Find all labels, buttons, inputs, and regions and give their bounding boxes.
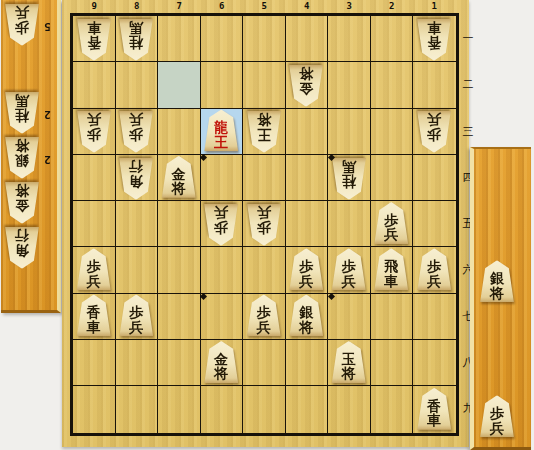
square-34[interactable]: 桂馬 bbox=[328, 155, 371, 201]
square-87[interactable]: 歩兵 bbox=[116, 294, 159, 340]
piece-kanji: 金将 bbox=[161, 156, 197, 198]
square-76[interactable] bbox=[158, 247, 201, 293]
square-97[interactable]: 香車 bbox=[73, 294, 116, 340]
square-31[interactable] bbox=[328, 16, 371, 62]
piece-pawn-gote-93[interactable]: 歩兵 bbox=[76, 111, 112, 153]
square-33[interactable] bbox=[328, 109, 371, 155]
piece-kanji: 香車 bbox=[76, 295, 112, 337]
square-12[interactable] bbox=[413, 62, 456, 108]
square-35[interactable] bbox=[328, 201, 371, 247]
square-83[interactable]: 歩兵 bbox=[116, 109, 159, 155]
square-44[interactable] bbox=[286, 155, 329, 201]
square-26[interactable]: 飛車 bbox=[371, 247, 414, 293]
square-79[interactable] bbox=[158, 386, 201, 432]
square-74[interactable]: 金将 bbox=[158, 155, 201, 201]
square-38[interactable]: 玉将 bbox=[328, 340, 371, 386]
sente-captured-stand: 銀将歩兵 bbox=[470, 147, 531, 450]
square-22[interactable] bbox=[371, 62, 414, 108]
square-92[interactable] bbox=[73, 62, 116, 108]
piece-kanji: 歩兵 bbox=[246, 204, 282, 246]
piece-lance-gote-91[interactable]: 香車 bbox=[76, 18, 112, 60]
square-36[interactable]: 歩兵 bbox=[328, 247, 371, 293]
square-89[interactable] bbox=[116, 386, 159, 432]
file-labels: 987654321 bbox=[73, 0, 456, 13]
piece-kanji: 香車 bbox=[416, 18, 452, 60]
square-53[interactable]: 王将 bbox=[243, 109, 286, 155]
piece-dragon-sente-63[interactable]: 龍王 bbox=[203, 109, 239, 151]
square-73[interactable] bbox=[158, 109, 201, 155]
piece-kanji: 歩兵 bbox=[288, 248, 324, 290]
square-29[interactable] bbox=[371, 386, 414, 432]
square-99[interactable] bbox=[73, 386, 116, 432]
piece-kanji: 香車 bbox=[76, 18, 112, 60]
square-75[interactable] bbox=[158, 201, 201, 247]
square-85[interactable] bbox=[116, 201, 159, 247]
piece-kanji: 香車 bbox=[416, 388, 452, 430]
piece-kanji: 歩兵 bbox=[203, 204, 239, 246]
square-95[interactable] bbox=[73, 201, 116, 247]
piece-king-gote-53[interactable]: 王将 bbox=[246, 111, 282, 153]
file-label-2: 2 bbox=[371, 0, 414, 13]
square-19[interactable]: 香車 bbox=[413, 386, 456, 432]
file-label-8: 8 bbox=[116, 0, 159, 13]
piece-silver-sente-47[interactable]: 銀将 bbox=[288, 295, 324, 337]
square-49[interactable] bbox=[286, 386, 329, 432]
square-32[interactable] bbox=[328, 62, 371, 108]
square-68[interactable]: 金将 bbox=[201, 340, 244, 386]
piece-silver-sente-inhand[interactable]: 銀将 bbox=[479, 260, 515, 302]
square-45[interactable] bbox=[286, 201, 329, 247]
piece-kanji: 銀将 bbox=[479, 260, 515, 302]
square-43[interactable] bbox=[286, 109, 329, 155]
square-14[interactable] bbox=[413, 155, 456, 201]
piece-bishop-gote-inhand[interactable]: 角行 bbox=[4, 227, 40, 269]
square-98[interactable] bbox=[73, 340, 116, 386]
square-82[interactable] bbox=[116, 62, 159, 108]
board-grid: 香車桂馬香車金将歩兵歩兵龍王王将歩兵角行金将桂馬歩兵歩兵歩兵歩兵歩兵歩兵飛車歩兵… bbox=[70, 13, 459, 436]
piece-kanji: 歩兵 bbox=[479, 395, 515, 437]
square-18[interactable] bbox=[413, 340, 456, 386]
piece-gold-sente-68[interactable]: 金将 bbox=[203, 341, 239, 383]
piece-pawn-sente-36[interactable]: 歩兵 bbox=[331, 248, 367, 290]
piece-kanji: 桂馬 bbox=[331, 157, 367, 199]
square-58[interactable] bbox=[243, 340, 286, 386]
piece-rook-sente-26[interactable]: 飛車 bbox=[373, 248, 409, 290]
file-label-6: 6 bbox=[201, 0, 244, 13]
square-56[interactable] bbox=[243, 247, 286, 293]
square-55[interactable]: 歩兵 bbox=[243, 201, 286, 247]
square-39[interactable] bbox=[328, 386, 371, 432]
piece-silver-gote-inhand[interactable]: 銀将 bbox=[4, 137, 40, 179]
hand-count-silver: 2 bbox=[44, 153, 51, 166]
piece-kanji: 歩兵 bbox=[76, 111, 112, 153]
piece-kanji: 金将 bbox=[4, 182, 40, 224]
hand-count-knight: 2 bbox=[44, 108, 51, 121]
piece-pawn-gote-13[interactable]: 歩兵 bbox=[416, 111, 452, 153]
piece-knight-gote-34[interactable]: 桂馬 bbox=[331, 157, 367, 199]
square-69[interactable] bbox=[201, 386, 244, 432]
piece-kanji: 龍王 bbox=[203, 109, 239, 151]
file-label-5: 5 bbox=[243, 0, 286, 13]
square-24[interactable] bbox=[371, 155, 414, 201]
square-46[interactable]: 歩兵 bbox=[286, 247, 329, 293]
square-27[interactable] bbox=[371, 294, 414, 340]
hand-gote-silver[interactable]: 銀将2 bbox=[4, 136, 50, 184]
square-62[interactable] bbox=[201, 62, 244, 108]
piece-kanji: 歩兵 bbox=[246, 295, 282, 337]
rank-label-1: 一 bbox=[460, 16, 476, 62]
piece-kanji: 歩兵 bbox=[331, 248, 367, 290]
shogi-board: 987654321 一二三四五六七八九 香車桂馬香車金将歩兵歩兵龍王王将歩兵角行… bbox=[62, 0, 469, 447]
piece-kanji: 歩兵 bbox=[118, 295, 154, 337]
piece-kanji: 歩兵 bbox=[416, 248, 452, 290]
square-67[interactable] bbox=[201, 294, 244, 340]
square-72[interactable] bbox=[158, 62, 201, 108]
hand-sente-pawn[interactable]: 歩兵 bbox=[479, 396, 525, 444]
square-84[interactable]: 角行 bbox=[116, 155, 159, 201]
square-93[interactable]: 歩兵 bbox=[73, 109, 116, 155]
shogi-app: 歩兵5桂馬2銀将2金将角行 987654321 一二三四五六七八九 香車桂馬香車… bbox=[0, 0, 534, 450]
square-51[interactable] bbox=[243, 16, 286, 62]
piece-knight-gote-81[interactable]: 桂馬 bbox=[118, 18, 154, 60]
piece-gold-sente-74[interactable]: 金将 bbox=[161, 156, 197, 198]
piece-knight-gote-inhand[interactable]: 桂馬 bbox=[4, 92, 40, 134]
square-94[interactable] bbox=[73, 155, 116, 201]
piece-pawn-gote-83[interactable]: 歩兵 bbox=[118, 111, 154, 153]
piece-kanji: 銀将 bbox=[288, 295, 324, 337]
square-78[interactable] bbox=[158, 340, 201, 386]
piece-gold-gote-42[interactable]: 金将 bbox=[288, 65, 324, 107]
piece-king-sente-38[interactable]: 玉将 bbox=[331, 341, 367, 383]
piece-pawn-sente-96[interactable]: 歩兵 bbox=[76, 248, 112, 290]
piece-kanji: 桂馬 bbox=[118, 18, 154, 60]
piece-kanji: 金将 bbox=[203, 341, 239, 383]
square-63[interactable]: 龍王 bbox=[201, 109, 244, 155]
piece-lance-sente-19[interactable]: 香車 bbox=[416, 388, 452, 430]
hand-count-pawn: 5 bbox=[44, 20, 51, 33]
piece-kanji: 桂馬 bbox=[4, 92, 40, 134]
piece-kanji: 玉将 bbox=[331, 341, 367, 383]
square-41[interactable] bbox=[286, 16, 329, 62]
piece-kanji: 歩兵 bbox=[118, 111, 154, 153]
square-64[interactable] bbox=[201, 155, 244, 201]
square-48[interactable] bbox=[286, 340, 329, 386]
gote-captured-stand: 歩兵5桂馬2銀将2金将角行 bbox=[1, 0, 61, 313]
square-59[interactable] bbox=[243, 386, 286, 432]
piece-pawn-sente-46[interactable]: 歩兵 bbox=[288, 248, 324, 290]
piece-lance-sente-97[interactable]: 香車 bbox=[76, 295, 112, 337]
square-54[interactable] bbox=[243, 155, 286, 201]
hand-gote-knight[interactable]: 桂馬2 bbox=[4, 91, 50, 139]
hand-sente-silver[interactable]: 銀将 bbox=[479, 261, 525, 309]
square-13[interactable]: 歩兵 bbox=[413, 109, 456, 155]
file-label-7: 7 bbox=[158, 0, 201, 13]
square-81[interactable]: 桂馬 bbox=[116, 16, 159, 62]
piece-pawn-gote-inhand[interactable]: 歩兵 bbox=[4, 4, 40, 46]
piece-pawn-gote-65[interactable]: 歩兵 bbox=[203, 204, 239, 246]
square-77[interactable] bbox=[158, 294, 201, 340]
file-label-4: 4 bbox=[286, 0, 329, 13]
piece-pawn-sente-16[interactable]: 歩兵 bbox=[416, 248, 452, 290]
piece-kanji: 王将 bbox=[246, 111, 282, 153]
square-91[interactable]: 香車 bbox=[73, 16, 116, 62]
piece-kanji: 角行 bbox=[4, 227, 40, 269]
square-23[interactable] bbox=[371, 109, 414, 155]
piece-bishop-gote-84[interactable]: 角行 bbox=[118, 157, 154, 199]
piece-kanji: 歩兵 bbox=[373, 202, 409, 244]
square-37[interactable] bbox=[328, 294, 371, 340]
piece-kanji: 飛車 bbox=[373, 248, 409, 290]
piece-kanji: 銀将 bbox=[4, 137, 40, 179]
square-96[interactable]: 歩兵 bbox=[73, 247, 116, 293]
square-17[interactable] bbox=[413, 294, 456, 340]
square-52[interactable] bbox=[243, 62, 286, 108]
piece-pawn-sente-57[interactable]: 歩兵 bbox=[246, 295, 282, 337]
square-57[interactable]: 歩兵 bbox=[243, 294, 286, 340]
square-47[interactable]: 銀将 bbox=[286, 294, 329, 340]
piece-pawn-sente-inhand[interactable]: 歩兵 bbox=[479, 395, 515, 437]
piece-pawn-sente-25[interactable]: 歩兵 bbox=[373, 202, 409, 244]
piece-kanji: 歩兵 bbox=[416, 111, 452, 153]
piece-pawn-sente-87[interactable]: 歩兵 bbox=[118, 295, 154, 337]
square-21[interactable] bbox=[371, 16, 414, 62]
piece-kanji: 角行 bbox=[118, 157, 154, 199]
rank-label-2: 二 bbox=[460, 62, 476, 108]
file-label-1: 1 bbox=[413, 0, 456, 13]
piece-gold-gote-inhand[interactable]: 金将 bbox=[4, 182, 40, 224]
hand-gote-gold[interactable]: 金将 bbox=[4, 181, 50, 229]
piece-kanji: 歩兵 bbox=[76, 248, 112, 290]
square-61[interactable] bbox=[201, 16, 244, 62]
square-16[interactable]: 歩兵 bbox=[413, 247, 456, 293]
square-88[interactable] bbox=[116, 340, 159, 386]
piece-kanji: 歩兵 bbox=[4, 4, 40, 46]
square-86[interactable] bbox=[116, 247, 159, 293]
square-11[interactable]: 香車 bbox=[413, 16, 456, 62]
square-25[interactable]: 歩兵 bbox=[371, 201, 414, 247]
hand-gote-bishop[interactable]: 角行 bbox=[4, 226, 50, 274]
square-65[interactable]: 歩兵 bbox=[201, 201, 244, 247]
square-28[interactable] bbox=[371, 340, 414, 386]
square-42[interactable]: 金将 bbox=[286, 62, 329, 108]
hand-gote-pawn[interactable]: 歩兵5 bbox=[4, 3, 50, 51]
file-label-9: 9 bbox=[73, 0, 116, 13]
file-label-3: 3 bbox=[328, 0, 371, 13]
piece-kanji: 金将 bbox=[288, 65, 324, 107]
piece-pawn-gote-55[interactable]: 歩兵 bbox=[246, 204, 282, 246]
piece-lance-gote-11[interactable]: 香車 bbox=[416, 18, 452, 60]
square-66[interactable] bbox=[201, 247, 244, 293]
square-71[interactable] bbox=[158, 16, 201, 62]
square-15[interactable] bbox=[413, 201, 456, 247]
